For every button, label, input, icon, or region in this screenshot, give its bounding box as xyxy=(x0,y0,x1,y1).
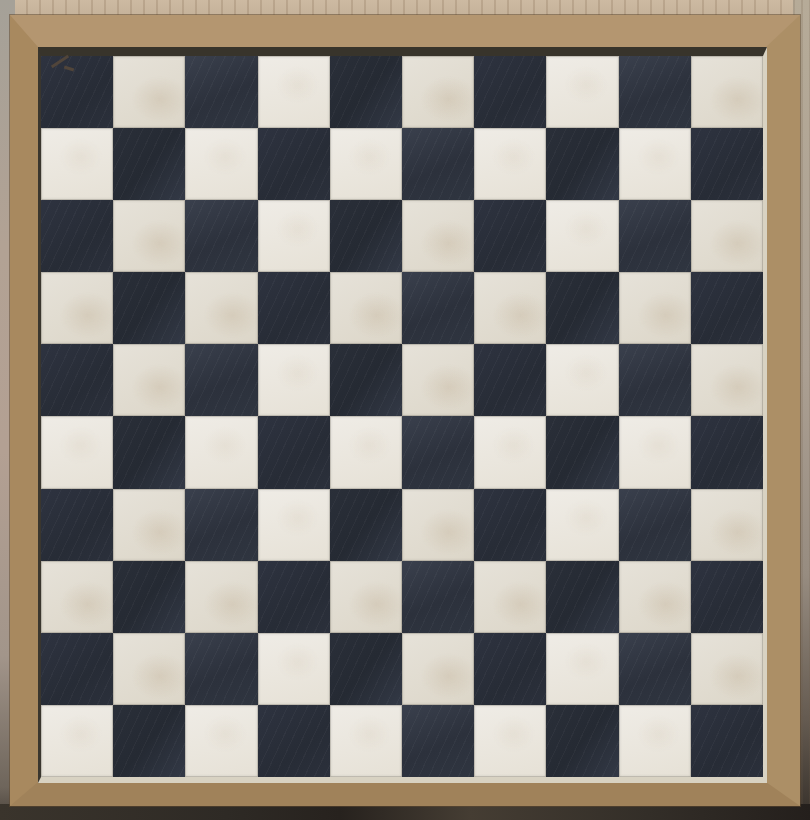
board-square[interactable] xyxy=(691,633,763,705)
board-square[interactable] xyxy=(691,128,763,200)
board-square[interactable] xyxy=(41,200,113,272)
background-shadow-bottom xyxy=(0,804,810,820)
board-square[interactable] xyxy=(474,272,546,344)
board-square[interactable] xyxy=(546,416,618,488)
board-square[interactable] xyxy=(546,200,618,272)
board-square[interactable] xyxy=(185,56,257,128)
board-square[interactable] xyxy=(258,633,330,705)
board-square[interactable] xyxy=(402,56,474,128)
board-square[interactable] xyxy=(619,416,691,488)
board-square[interactable] xyxy=(619,56,691,128)
board-square[interactable] xyxy=(113,272,185,344)
board-square[interactable] xyxy=(546,128,618,200)
board-square[interactable] xyxy=(185,200,257,272)
board-square[interactable] xyxy=(402,489,474,561)
checkers-board xyxy=(41,56,763,777)
board-square[interactable] xyxy=(691,200,763,272)
board-square[interactable] xyxy=(474,705,546,777)
board-square[interactable] xyxy=(185,128,257,200)
board-square[interactable] xyxy=(258,344,330,416)
board-square[interactable] xyxy=(619,705,691,777)
board-square[interactable] xyxy=(185,416,257,488)
board-square[interactable] xyxy=(474,200,546,272)
board-square[interactable] xyxy=(691,272,763,344)
board-square[interactable] xyxy=(330,128,402,200)
board-square[interactable] xyxy=(185,705,257,777)
board-square[interactable] xyxy=(691,416,763,488)
board-square[interactable] xyxy=(691,344,763,416)
board-square[interactable] xyxy=(113,344,185,416)
board-square[interactable] xyxy=(258,561,330,633)
board-square[interactable] xyxy=(474,633,546,705)
board-square[interactable] xyxy=(113,561,185,633)
board-square[interactable] xyxy=(41,705,113,777)
board-square[interactable] xyxy=(546,344,618,416)
board-square[interactable] xyxy=(330,561,402,633)
board-square[interactable] xyxy=(402,561,474,633)
board-square[interactable] xyxy=(402,344,474,416)
board-square[interactable] xyxy=(691,705,763,777)
board-square[interactable] xyxy=(330,633,402,705)
board-square[interactable] xyxy=(619,633,691,705)
board-square[interactable] xyxy=(113,489,185,561)
board-square[interactable] xyxy=(330,344,402,416)
board-square[interactable] xyxy=(41,344,113,416)
board-square[interactable] xyxy=(258,200,330,272)
board-square[interactable] xyxy=(113,416,185,488)
board-square[interactable] xyxy=(113,56,185,128)
board-square[interactable] xyxy=(546,561,618,633)
board-square[interactable] xyxy=(258,416,330,488)
board-square[interactable] xyxy=(619,489,691,561)
board-square[interactable] xyxy=(474,489,546,561)
board-square[interactable] xyxy=(474,56,546,128)
board-square[interactable] xyxy=(330,705,402,777)
board-square[interactable] xyxy=(546,489,618,561)
board-square[interactable] xyxy=(113,705,185,777)
board-photo xyxy=(0,0,810,820)
board-square[interactable] xyxy=(474,416,546,488)
board-square[interactable] xyxy=(691,56,763,128)
board-square[interactable] xyxy=(474,344,546,416)
board-square[interactable] xyxy=(258,705,330,777)
board-square[interactable] xyxy=(113,633,185,705)
board-square[interactable] xyxy=(185,561,257,633)
board-square[interactable] xyxy=(330,489,402,561)
board-square[interactable] xyxy=(546,272,618,344)
board-square[interactable] xyxy=(258,128,330,200)
board-square[interactable] xyxy=(258,56,330,128)
board-square[interactable] xyxy=(185,344,257,416)
board-square[interactable] xyxy=(41,272,113,344)
board-square[interactable] xyxy=(41,633,113,705)
board-square[interactable] xyxy=(402,416,474,488)
board-square[interactable] xyxy=(402,272,474,344)
board-square[interactable] xyxy=(258,272,330,344)
board-square[interactable] xyxy=(41,56,113,128)
board-square[interactable] xyxy=(330,56,402,128)
board-square[interactable] xyxy=(546,56,618,128)
board-square[interactable] xyxy=(691,489,763,561)
board-square[interactable] xyxy=(330,200,402,272)
board-square[interactable] xyxy=(619,128,691,200)
board-square[interactable] xyxy=(691,561,763,633)
board-square[interactable] xyxy=(619,200,691,272)
board-square[interactable] xyxy=(41,561,113,633)
board-square[interactable] xyxy=(619,272,691,344)
board-square[interactable] xyxy=(113,128,185,200)
board-square[interactable] xyxy=(330,416,402,488)
board-square[interactable] xyxy=(546,705,618,777)
board-square[interactable] xyxy=(330,272,402,344)
board-square[interactable] xyxy=(402,633,474,705)
board-square[interactable] xyxy=(41,416,113,488)
board-square[interactable] xyxy=(185,633,257,705)
board-square[interactable] xyxy=(402,128,474,200)
board-square[interactable] xyxy=(474,128,546,200)
board-square[interactable] xyxy=(619,561,691,633)
board-square[interactable] xyxy=(546,633,618,705)
board-square[interactable] xyxy=(185,489,257,561)
board-square[interactable] xyxy=(185,272,257,344)
board-square[interactable] xyxy=(41,128,113,200)
board-square[interactable] xyxy=(619,344,691,416)
board-square[interactable] xyxy=(474,561,546,633)
board-square[interactable] xyxy=(402,705,474,777)
board-square[interactable] xyxy=(113,200,185,272)
board-square[interactable] xyxy=(41,489,113,561)
board-square[interactable] xyxy=(402,200,474,272)
board-square[interactable] xyxy=(258,489,330,561)
board-edge xyxy=(38,47,767,783)
